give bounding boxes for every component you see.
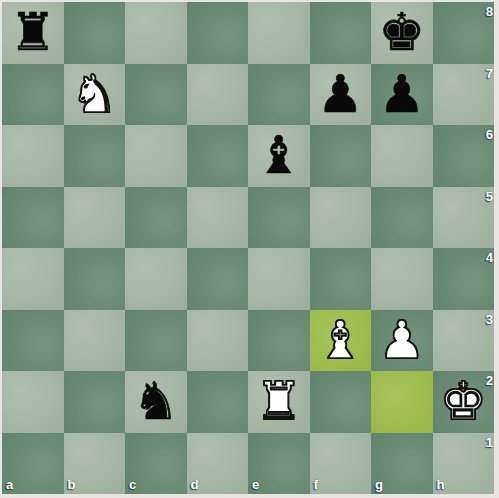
coordinate-rank-3: 3 (486, 313, 493, 326)
square-b6[interactable] (64, 125, 126, 187)
square-c2[interactable]: ♞ (125, 371, 187, 433)
square-h6[interactable] (433, 125, 495, 187)
square-a8[interactable]: ♜ (2, 2, 64, 64)
square-f6[interactable] (310, 125, 372, 187)
square-a4[interactable] (2, 248, 64, 310)
square-e5[interactable] (248, 187, 310, 249)
square-f5[interactable] (310, 187, 372, 249)
square-a2[interactable] (2, 371, 64, 433)
square-e6[interactable]: ♝ (248, 125, 310, 187)
coordinate-rank-4: 4 (486, 251, 493, 264)
coordinate-rank-2: 2 (486, 374, 493, 387)
square-e2[interactable]: ♜ (248, 371, 310, 433)
square-a7[interactable] (2, 64, 64, 126)
black-knight[interactable]: ♞ (132, 371, 179, 433)
square-b8[interactable] (64, 2, 126, 64)
square-c7[interactable] (125, 64, 187, 126)
coordinate-rank-7: 7 (486, 67, 493, 80)
white-rook[interactable]: ♜ (255, 371, 302, 433)
square-g8[interactable]: ♚ (371, 2, 433, 64)
square-a6[interactable] (2, 125, 64, 187)
square-g5[interactable] (371, 187, 433, 249)
coordinate-file-b: b (68, 478, 76, 491)
square-c4[interactable] (125, 248, 187, 310)
coordinate-rank-6: 6 (486, 128, 493, 141)
square-g4[interactable] (371, 248, 433, 310)
white-king[interactable]: ♚ (440, 371, 487, 433)
square-b7[interactable]: ♞ (64, 64, 126, 126)
square-e8[interactable] (248, 2, 310, 64)
square-f1[interactable] (310, 433, 372, 495)
coordinate-file-c: c (129, 478, 136, 491)
chess-board: ♜♚♞♟♟♝♝♟♞♜♚ (2, 2, 494, 494)
square-d5[interactable] (187, 187, 249, 249)
square-h8[interactable] (433, 2, 495, 64)
black-bishop[interactable]: ♝ (255, 125, 302, 187)
square-e3[interactable] (248, 310, 310, 372)
square-a3[interactable] (2, 310, 64, 372)
square-d7[interactable] (187, 64, 249, 126)
square-b2[interactable] (64, 371, 126, 433)
square-b4[interactable] (64, 248, 126, 310)
square-g6[interactable] (371, 125, 433, 187)
black-pawn[interactable]: ♟ (317, 64, 364, 126)
square-e4[interactable] (248, 248, 310, 310)
white-bishop[interactable]: ♝ (317, 310, 364, 372)
square-c6[interactable] (125, 125, 187, 187)
square-h7[interactable] (433, 64, 495, 126)
black-king[interactable]: ♚ (378, 2, 425, 64)
square-h2[interactable]: ♚ (433, 371, 495, 433)
square-b3[interactable] (64, 310, 126, 372)
white-pawn[interactable]: ♟ (378, 310, 425, 372)
coordinate-rank-8: 8 (486, 5, 493, 18)
square-g7[interactable]: ♟ (371, 64, 433, 126)
square-c3[interactable] (125, 310, 187, 372)
coordinate-rank-5: 5 (486, 190, 493, 203)
square-d6[interactable] (187, 125, 249, 187)
square-h3[interactable] (433, 310, 495, 372)
square-d8[interactable] (187, 2, 249, 64)
square-f3[interactable]: ♝ (310, 310, 372, 372)
square-f7[interactable]: ♟ (310, 64, 372, 126)
square-h5[interactable] (433, 187, 495, 249)
white-knight[interactable]: ♞ (71, 64, 118, 126)
coordinate-file-a: a (6, 478, 13, 491)
coordinate-file-d: d (191, 478, 199, 491)
square-f4[interactable] (310, 248, 372, 310)
black-pawn[interactable]: ♟ (378, 64, 425, 126)
square-a5[interactable] (2, 187, 64, 249)
square-f8[interactable] (310, 2, 372, 64)
square-c8[interactable] (125, 2, 187, 64)
square-d2[interactable] (187, 371, 249, 433)
coordinate-file-e: e (252, 478, 259, 491)
square-g3[interactable]: ♟ (371, 310, 433, 372)
square-f2[interactable] (310, 371, 372, 433)
square-g2[interactable] (371, 371, 433, 433)
square-d4[interactable] (187, 248, 249, 310)
coordinate-file-h: h (437, 478, 445, 491)
coordinate-file-f: f (314, 478, 318, 491)
coordinate-file-g: g (375, 478, 383, 491)
square-e7[interactable] (248, 64, 310, 126)
square-c5[interactable] (125, 187, 187, 249)
square-b5[interactable] (64, 187, 126, 249)
square-h4[interactable] (433, 248, 495, 310)
square-d3[interactable] (187, 310, 249, 372)
chess-board-widget: ♜♚♞♟♟♝♝♟♞♜♚ abcdefgh87654321 (0, 0, 499, 498)
black-rook[interactable]: ♜ (9, 2, 56, 64)
coordinate-rank-1: 1 (486, 436, 493, 449)
